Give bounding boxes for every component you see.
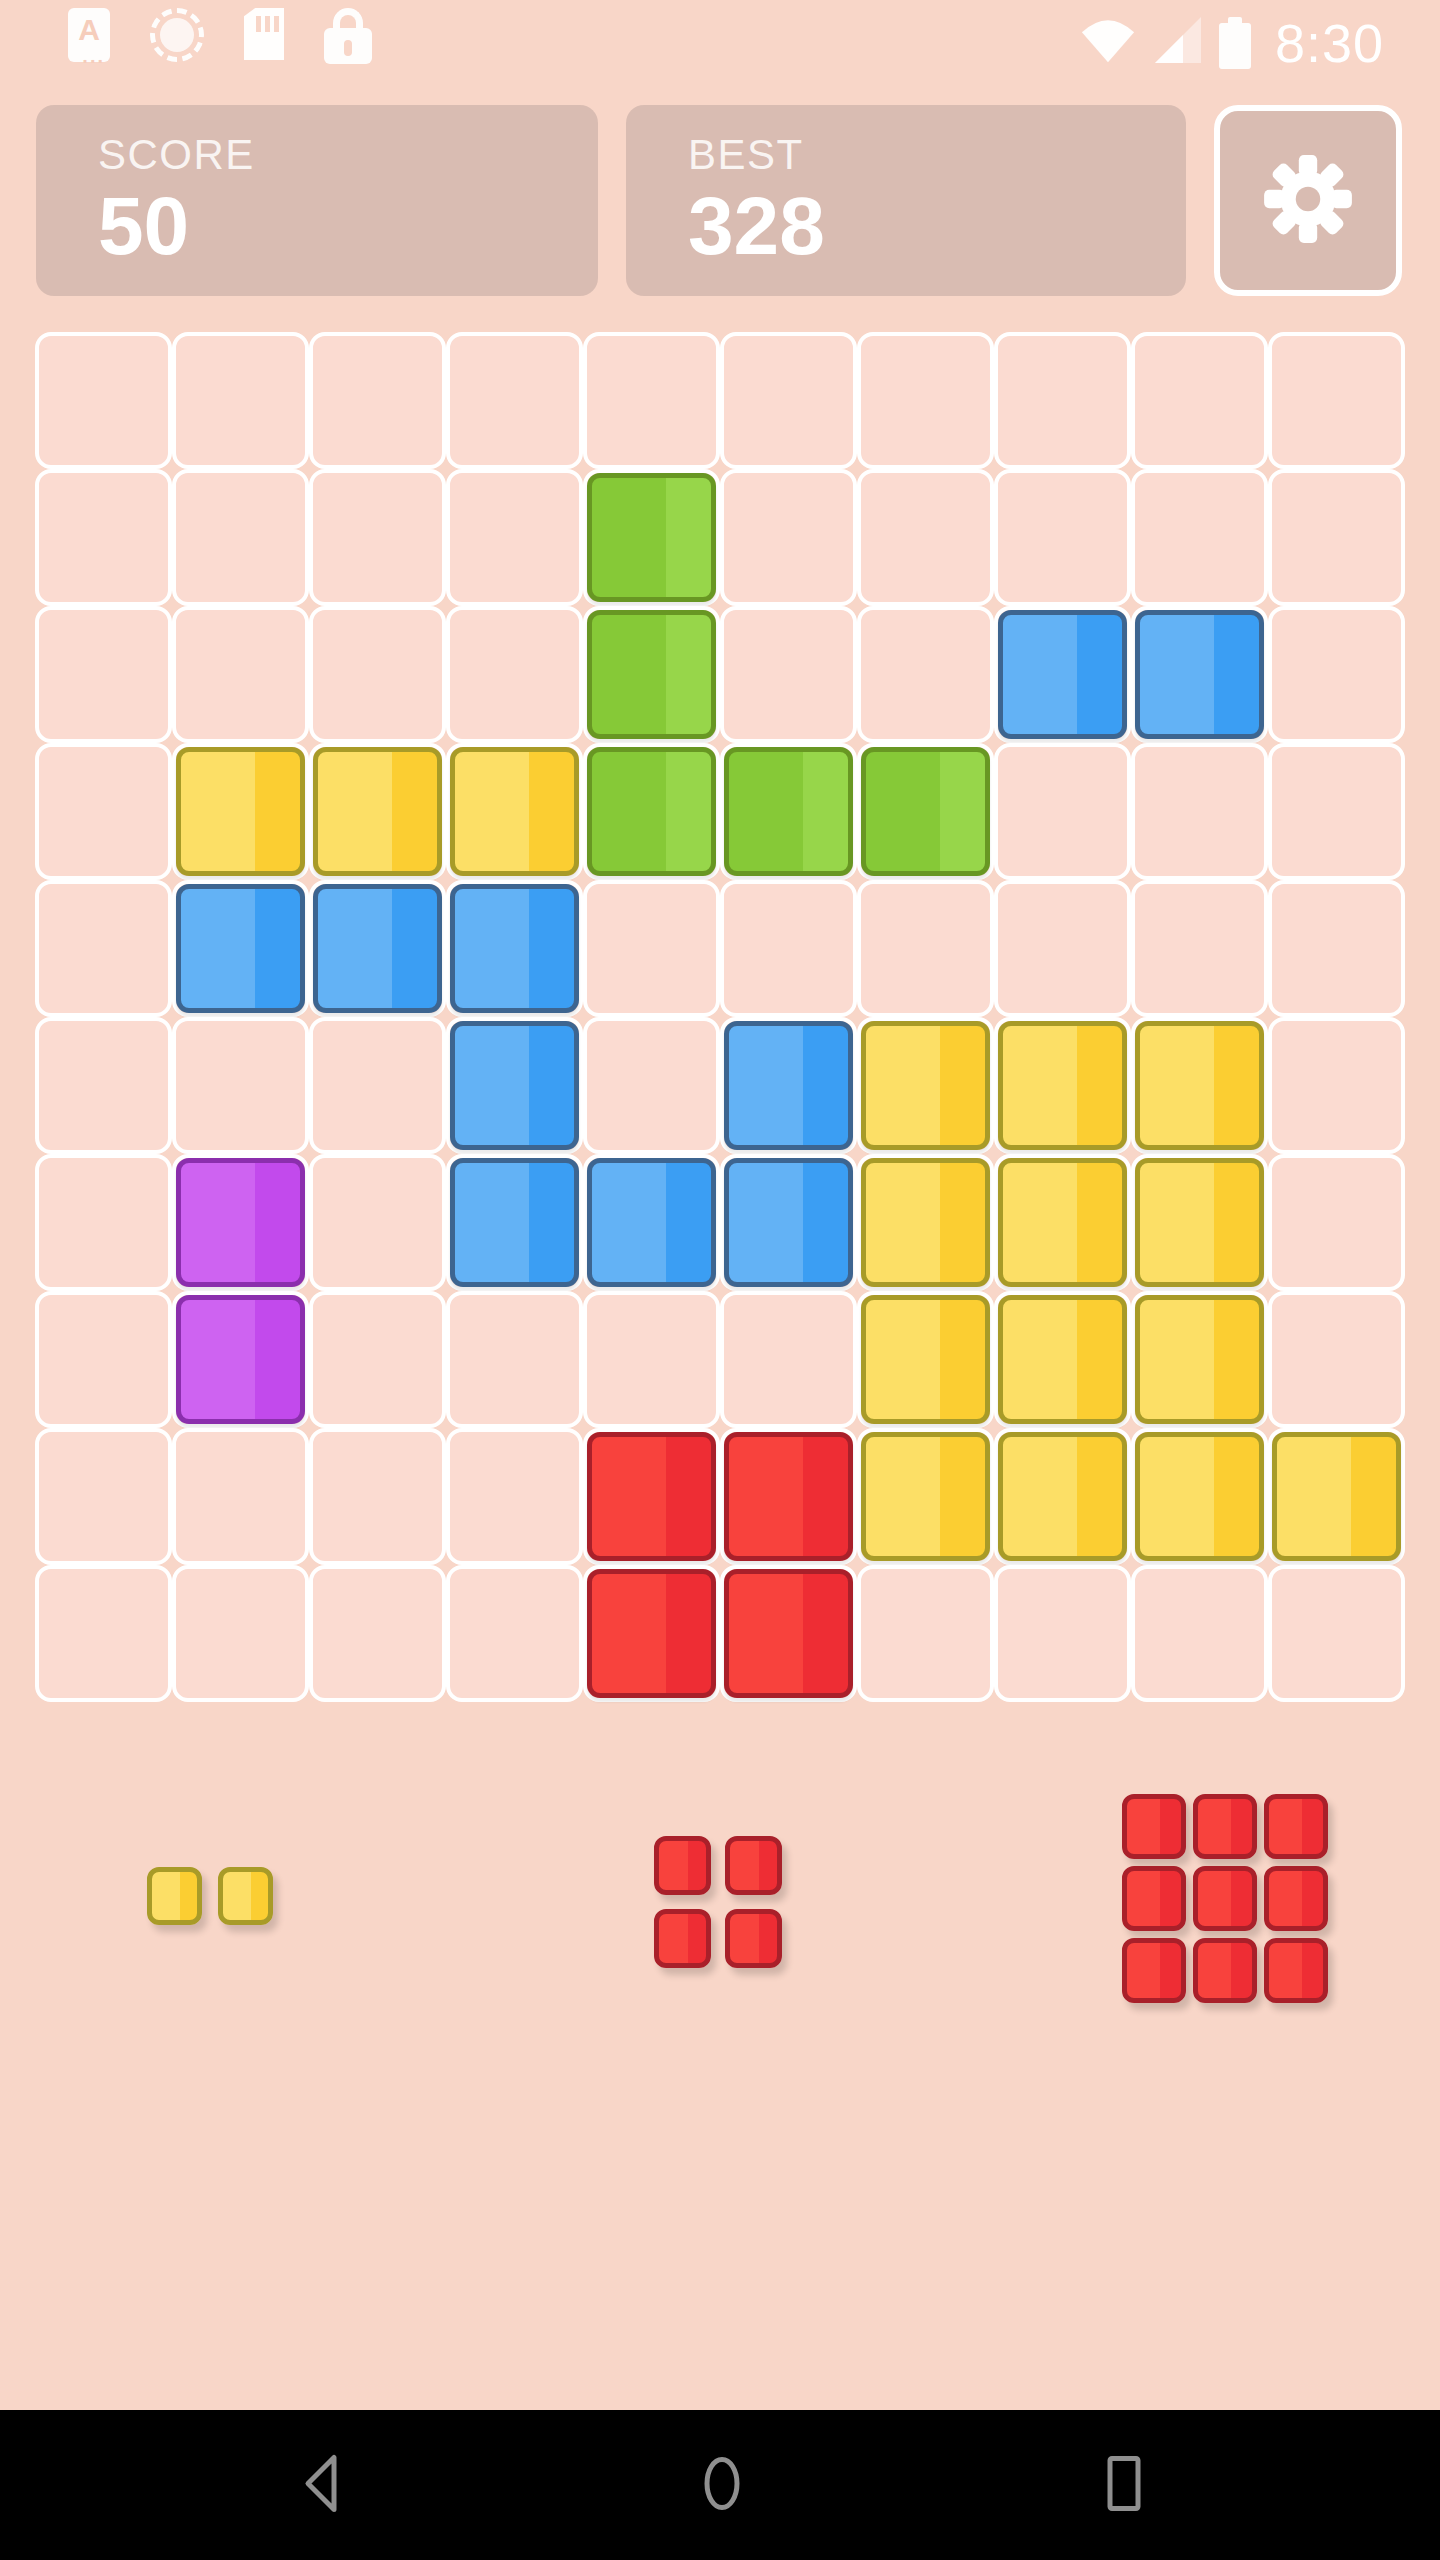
board-cell-r9c6[interactable] — [720, 1428, 857, 1565]
score-value: 50 — [98, 185, 598, 267]
board-cell-r8c4[interactable] — [446, 1291, 583, 1428]
board-cell-r1c2[interactable] — [172, 332, 309, 469]
red-tray-block — [654, 1836, 711, 1895]
board-cell-r10c8[interactable] — [994, 1565, 1131, 1702]
board-cell-r3c3[interactable] — [309, 606, 446, 743]
board-cell-r10c5[interactable] — [583, 1565, 720, 1702]
blue-block — [724, 1021, 853, 1150]
board-cell-r9c1[interactable] — [35, 1428, 172, 1565]
board-cell-r6c2[interactable] — [172, 1017, 309, 1154]
green-block — [724, 747, 853, 876]
a-doc-dots: ... — [82, 52, 105, 60]
purple-block — [176, 1295, 305, 1424]
red-block — [724, 1432, 853, 1561]
board-cell-r5c10[interactable] — [1268, 880, 1405, 1017]
board-cell-r3c9[interactable] — [1131, 606, 1268, 743]
red-3x3-piece[interactable] — [1122, 1794, 1328, 2003]
lock-icon — [324, 8, 372, 64]
board-cell-r1c10[interactable] — [1268, 332, 1405, 469]
board-cell-r2c4[interactable] — [446, 469, 583, 606]
board-cell-r6c8[interactable] — [994, 1017, 1131, 1154]
yellow-1x2-piece[interactable] — [147, 1867, 273, 1925]
board-cell-r8c3[interactable] — [309, 1291, 446, 1428]
red-tray-block — [725, 1836, 782, 1895]
red-block — [724, 1569, 853, 1698]
board-cell-r1c7[interactable] — [857, 332, 994, 469]
board-cell-r6c5[interactable] — [583, 1017, 720, 1154]
board-cell-r10c2[interactable] — [172, 1565, 309, 1702]
board-cell-r8c1[interactable] — [35, 1291, 172, 1428]
board-cell-r1c3[interactable] — [309, 332, 446, 469]
blue-block — [450, 1158, 579, 1287]
board-cell-r7c10[interactable] — [1268, 1154, 1405, 1291]
board-cell-r5c2[interactable] — [172, 880, 309, 1017]
yellow-block — [998, 1158, 1127, 1287]
yellow-block — [998, 1432, 1127, 1561]
yellow-block — [861, 1432, 990, 1561]
wifi-icon — [1079, 16, 1137, 70]
board-cell-r2c10[interactable] — [1268, 469, 1405, 606]
board-cell-r7c4[interactable] — [446, 1154, 583, 1291]
board-cell-r2c7[interactable] — [857, 469, 994, 606]
board-cell-r8c7[interactable] — [857, 1291, 994, 1428]
blue-block — [1135, 610, 1264, 739]
board-cell-r2c2[interactable] — [172, 469, 309, 606]
red-tray-block — [654, 1909, 711, 1968]
yellow-block — [1135, 1158, 1264, 1287]
board-cell-r6c4[interactable] — [446, 1017, 583, 1154]
board-cell-r4c1[interactable] — [35, 743, 172, 880]
board-cell-r10c4[interactable] — [446, 1565, 583, 1702]
board-cell-r6c1[interactable] — [35, 1017, 172, 1154]
board-cell-r4c3[interactable] — [309, 743, 446, 880]
board-cell-r5c4[interactable] — [446, 880, 583, 1017]
red-tray-block — [1122, 1794, 1186, 1859]
yellow-block — [1135, 1021, 1264, 1150]
back-button[interactable] — [300, 2452, 340, 2519]
board-cell-r2c8[interactable] — [994, 469, 1131, 606]
blue-block — [998, 610, 1127, 739]
dashed-circle-icon — [150, 8, 204, 62]
yellow-block — [861, 1158, 990, 1287]
a-document-icon: A ... — [68, 8, 110, 62]
board-cell-r3c1[interactable] — [35, 606, 172, 743]
board-cell-r4c4[interactable] — [446, 743, 583, 880]
board-cell-r2c9[interactable] — [1131, 469, 1268, 606]
clock-text: 8:30 — [1267, 12, 1384, 74]
red-tray-block — [1122, 1866, 1186, 1931]
best-value: 328 — [688, 185, 1186, 267]
app-screen: A ... 8:30 SC — [0, 0, 1440, 2560]
board-cell-r10c3[interactable] — [309, 1565, 446, 1702]
board-cell-r7c6[interactable] — [720, 1154, 857, 1291]
blue-block — [450, 1021, 579, 1150]
green-block — [861, 747, 990, 876]
board-cell-r10c7[interactable] — [857, 1565, 994, 1702]
board-cell-r1c5[interactable] — [583, 332, 720, 469]
board-cell-r7c1[interactable] — [35, 1154, 172, 1291]
board-cell-r10c6[interactable] — [720, 1565, 857, 1702]
board-cell-r4c8[interactable] — [994, 743, 1131, 880]
board-cell-r9c5[interactable] — [583, 1428, 720, 1565]
board-cell-r9c10[interactable] — [1268, 1428, 1405, 1565]
battery-icon — [1219, 17, 1251, 69]
yellow-block — [998, 1021, 1127, 1150]
notification-icons: A ... — [68, 8, 372, 64]
board-cell-r9c3[interactable] — [309, 1428, 446, 1565]
recents-button[interactable] — [1104, 2452, 1144, 2519]
board-cell-r10c9[interactable] — [1131, 1565, 1268, 1702]
yellow-block — [313, 747, 442, 876]
board-cell-r3c5[interactable] — [583, 606, 720, 743]
score-panel: SCORE 50 — [36, 105, 598, 296]
board-cell-r9c8[interactable] — [994, 1428, 1131, 1565]
red-block — [587, 1569, 716, 1698]
board-cell-r1c9[interactable] — [1131, 332, 1268, 469]
green-block — [587, 747, 716, 876]
best-panel: BEST 328 — [626, 105, 1186, 296]
purple-block — [176, 1158, 305, 1287]
board-cell-r10c1[interactable] — [35, 1565, 172, 1702]
board-cell-r8c10[interactable] — [1268, 1291, 1405, 1428]
board-cell-r3c2[interactable] — [172, 606, 309, 743]
board-cell-r4c7[interactable] — [857, 743, 994, 880]
red-tray-block — [1193, 1794, 1257, 1859]
yellow-block — [861, 1295, 990, 1424]
status-bar: A ... 8:30 — [0, 0, 1440, 72]
board-cell-r9c2[interactable] — [172, 1428, 309, 1565]
board-cell-r2c3[interactable] — [309, 469, 446, 606]
board-cell-r4c2[interactable] — [172, 743, 309, 880]
android-nav-bar — [0, 2410, 1440, 2560]
board-cell-r4c6[interactable] — [720, 743, 857, 880]
gear-icon — [1259, 150, 1357, 252]
board-cell-r8c8[interactable] — [994, 1291, 1131, 1428]
board-cell-r7c8[interactable] — [994, 1154, 1131, 1291]
red-tray-block — [725, 1909, 782, 1968]
red-tray-block — [1122, 1938, 1186, 2003]
board-cell-r9c4[interactable] — [446, 1428, 583, 1565]
green-block — [587, 610, 716, 739]
board-cell-r4c10[interactable] — [1268, 743, 1405, 880]
blue-block — [587, 1158, 716, 1287]
board-cell-r7c9[interactable] — [1131, 1154, 1268, 1291]
red-2x2-piece[interactable] — [654, 1836, 782, 1968]
yellow-block — [861, 1021, 990, 1150]
board-cell-r6c9[interactable] — [1131, 1017, 1268, 1154]
yellow-block — [998, 1295, 1127, 1424]
cell-signal-icon — [1153, 16, 1203, 70]
yellow-block — [1135, 1432, 1264, 1561]
blue-block — [724, 1158, 853, 1287]
board-cell-r8c6[interactable] — [720, 1291, 857, 1428]
board-cell-r9c9[interactable] — [1131, 1428, 1268, 1565]
board-cell-r1c6[interactable] — [720, 332, 857, 469]
yellow-tray-block — [147, 1867, 202, 1925]
board-cell-r2c5[interactable] — [583, 469, 720, 606]
board-cell-r9c7[interactable] — [857, 1428, 994, 1565]
blue-block — [176, 884, 305, 1013]
yellow-tray-block — [218, 1867, 273, 1925]
yellow-block — [1135, 1295, 1264, 1424]
board-cell-r6c6[interactable] — [720, 1017, 857, 1154]
board-cell-r3c8[interactable] — [994, 606, 1131, 743]
board-cell-r8c9[interactable] — [1131, 1291, 1268, 1428]
red-block — [587, 1432, 716, 1561]
board-cell-r4c5[interactable] — [583, 743, 720, 880]
board-cell-r3c10[interactable] — [1268, 606, 1405, 743]
board-cell-r6c10[interactable] — [1268, 1017, 1405, 1154]
board-cell-r5c7[interactable] — [857, 880, 994, 1017]
board-cell-r3c7[interactable] — [857, 606, 994, 743]
system-status-icons: 8:30 — [1079, 12, 1384, 74]
game-board[interactable] — [35, 332, 1405, 1702]
board-cell-r8c2[interactable] — [172, 1291, 309, 1428]
board-cell-r10c10[interactable] — [1268, 1565, 1405, 1702]
red-tray-block — [1193, 1938, 1257, 2003]
board-cell-r3c4[interactable] — [446, 606, 583, 743]
best-label: BEST — [688, 131, 1186, 179]
board-cell-r5c3[interactable] — [309, 880, 446, 1017]
yellow-block — [176, 747, 305, 876]
score-label: SCORE — [98, 131, 598, 179]
red-tray-block — [1264, 1866, 1328, 1931]
board-cell-r5c8[interactable] — [994, 880, 1131, 1017]
board-cell-r5c5[interactable] — [583, 880, 720, 1017]
board-cell-r7c7[interactable] — [857, 1154, 994, 1291]
board-cell-r3c6[interactable] — [720, 606, 857, 743]
board-cell-r5c6[interactable] — [720, 880, 857, 1017]
red-tray-block — [1264, 1938, 1328, 2003]
blue-block — [313, 884, 442, 1013]
board-cell-r6c7[interactable] — [857, 1017, 994, 1154]
home-button[interactable] — [702, 2452, 742, 2519]
green-block — [587, 473, 716, 602]
sim-card-icon — [244, 8, 284, 60]
board-cell-r1c8[interactable] — [994, 332, 1131, 469]
board-cell-r2c1[interactable] — [35, 469, 172, 606]
red-tray-block — [1193, 1866, 1257, 1931]
board-cell-r6c3[interactable] — [309, 1017, 446, 1154]
red-tray-block — [1264, 1794, 1328, 1859]
board-cell-r7c2[interactable] — [172, 1154, 309, 1291]
yellow-block — [450, 747, 579, 876]
yellow-block — [1272, 1432, 1401, 1561]
settings-button[interactable] — [1214, 105, 1402, 296]
board-cell-r5c9[interactable] — [1131, 880, 1268, 1017]
board-cell-r4c9[interactable] — [1131, 743, 1268, 880]
board-cell-r7c5[interactable] — [583, 1154, 720, 1291]
board-cell-r5c1[interactable] — [35, 880, 172, 1017]
blue-block — [450, 884, 579, 1013]
board-cell-r1c1[interactable] — [35, 332, 172, 469]
board-cell-r7c3[interactable] — [309, 1154, 446, 1291]
board-cell-r2c6[interactable] — [720, 469, 857, 606]
board-cell-r8c5[interactable] — [583, 1291, 720, 1428]
board-cell-r1c4[interactable] — [446, 332, 583, 469]
